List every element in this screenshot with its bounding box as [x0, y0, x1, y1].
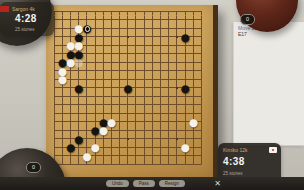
board-cell[interactable] — [83, 109, 91, 118]
board-cell[interactable] — [165, 135, 173, 144]
board-cell[interactable] — [173, 118, 181, 127]
board-cell[interactable] — [116, 50, 124, 59]
board-cell[interactable] — [116, 118, 124, 127]
board-cell[interactable] — [116, 92, 124, 101]
board-cell[interactable] — [124, 50, 132, 59]
board-cell[interactable] — [50, 41, 58, 50]
board-cell[interactable] — [99, 101, 107, 110]
board-cell[interactable] — [165, 50, 173, 59]
board-cell[interactable] — [116, 109, 124, 118]
board-cell[interactable] — [181, 50, 189, 59]
board-cell[interactable] — [116, 152, 124, 161]
board-cell[interactable] — [75, 75, 83, 84]
board-cell[interactable] — [197, 7, 205, 16]
board-cell[interactable] — [66, 160, 74, 169]
board-cell[interactable]: ● — [75, 84, 83, 93]
board-cell[interactable] — [107, 101, 115, 110]
board-cell[interactable] — [50, 143, 58, 152]
board-cell[interactable] — [91, 58, 99, 67]
board-cell[interactable] — [75, 152, 83, 161]
board-cell[interactable] — [58, 101, 66, 110]
board-cell[interactable]: ● — [66, 41, 74, 50]
board-cell[interactable] — [99, 67, 107, 76]
board-cell[interactable] — [181, 109, 189, 118]
board-cell[interactable] — [83, 7, 91, 16]
board-cell[interactable]: ● — [66, 50, 74, 59]
board-cell[interactable] — [107, 92, 115, 101]
board-cell[interactable] — [83, 50, 91, 59]
board-cell[interactable] — [140, 118, 148, 127]
board-cell[interactable] — [107, 16, 115, 25]
board-cell[interactable] — [148, 143, 156, 152]
board-cell[interactable] — [124, 135, 132, 144]
board-cell[interactable] — [132, 101, 140, 110]
board-cell[interactable] — [181, 7, 189, 16]
board-cell[interactable] — [132, 24, 140, 33]
board-cell[interactable] — [75, 143, 83, 152]
board-cell[interactable] — [66, 135, 74, 144]
board-cell[interactable] — [83, 67, 91, 76]
board-cell[interactable] — [75, 101, 83, 110]
board-cell[interactable] — [132, 109, 140, 118]
board-cell[interactable] — [91, 16, 99, 25]
board-cell[interactable] — [165, 152, 173, 161]
board-cell[interactable] — [173, 50, 181, 59]
board-cell[interactable] — [107, 41, 115, 50]
board-cell[interactable] — [140, 135, 148, 144]
board-cell[interactable] — [124, 16, 132, 25]
board-cell[interactable] — [197, 50, 205, 59]
board-cell[interactable] — [181, 75, 189, 84]
board-cell[interactable] — [132, 152, 140, 161]
board-cell[interactable] — [75, 126, 83, 135]
board-cell[interactable] — [99, 84, 107, 93]
board-cell[interactable]: ● — [75, 50, 83, 59]
board-cell[interactable] — [165, 126, 173, 135]
board-cell[interactable] — [148, 101, 156, 110]
board-cell[interactable] — [75, 118, 83, 127]
goban[interactable]: ●●●●●●●●●●●●●●●●●●●●●●●●●● — [46, 5, 218, 181]
board-cell[interactable] — [156, 92, 164, 101]
board-cell[interactable] — [140, 143, 148, 152]
board-cell[interactable] — [140, 41, 148, 50]
board-cell[interactable] — [66, 67, 74, 76]
board-cell[interactable]: ● — [83, 152, 91, 161]
board-cell[interactable] — [148, 33, 156, 42]
board-cell[interactable] — [181, 58, 189, 67]
board-cell[interactable] — [197, 101, 205, 110]
close-icon[interactable]: ✕ — [211, 177, 224, 190]
board-cell[interactable]: ● — [66, 58, 74, 67]
board-cell[interactable] — [197, 41, 205, 50]
board-cell[interactable] — [83, 33, 91, 42]
board-cell[interactable] — [140, 160, 148, 169]
board-cell[interactable]: ● — [58, 67, 66, 76]
board-cell[interactable] — [99, 160, 107, 169]
board-cell[interactable] — [124, 109, 132, 118]
board-cell[interactable]: ● — [75, 41, 83, 50]
board-cell[interactable] — [132, 84, 140, 93]
board-cell[interactable] — [124, 41, 132, 50]
board-cell[interactable] — [58, 50, 66, 59]
board-cell[interactable] — [140, 67, 148, 76]
board-cell[interactable] — [91, 24, 99, 33]
board-cell[interactable] — [197, 118, 205, 127]
board-cell[interactable] — [58, 152, 66, 161]
board-cell[interactable] — [50, 92, 58, 101]
board-cell[interactable] — [156, 160, 164, 169]
board-cell[interactable] — [124, 33, 132, 42]
board-cell[interactable] — [124, 7, 132, 16]
board-cell[interactable] — [156, 58, 164, 67]
board-cell[interactable] — [132, 92, 140, 101]
board-cell[interactable] — [197, 33, 205, 42]
board-cell[interactable] — [124, 152, 132, 161]
board-cell[interactable] — [181, 67, 189, 76]
board-cell[interactable] — [66, 24, 74, 33]
board-cell[interactable] — [107, 7, 115, 16]
board-cell[interactable] — [83, 92, 91, 101]
board-cell[interactable] — [75, 92, 83, 101]
board-cell[interactable] — [140, 101, 148, 110]
board-cell[interactable] — [91, 7, 99, 16]
board-cell[interactable] — [189, 143, 197, 152]
board-cell[interactable] — [66, 101, 74, 110]
board-cell[interactable] — [148, 67, 156, 76]
board-cell[interactable] — [83, 75, 91, 84]
board-cell[interactable] — [165, 109, 173, 118]
board-cell[interactable] — [148, 135, 156, 144]
board-cell[interactable] — [91, 135, 99, 144]
board-cell[interactable] — [156, 16, 164, 25]
board-cell[interactable] — [91, 33, 99, 42]
board-cell[interactable] — [99, 92, 107, 101]
board-cell[interactable] — [181, 152, 189, 161]
board-cell[interactable] — [83, 101, 91, 110]
board-cell[interactable] — [99, 24, 107, 33]
board-cell[interactable] — [58, 118, 66, 127]
board-cell[interactable] — [189, 101, 197, 110]
board-cell[interactable] — [116, 101, 124, 110]
board-cell[interactable] — [181, 24, 189, 33]
board-cell[interactable] — [140, 84, 148, 93]
board-cell[interactable] — [75, 67, 83, 76]
board-cell[interactable] — [173, 152, 181, 161]
board-cell[interactable] — [58, 92, 66, 101]
board-cell[interactable] — [99, 109, 107, 118]
board-cell[interactable] — [173, 24, 181, 33]
board-cell[interactable] — [173, 41, 181, 50]
board-cell[interactable] — [124, 67, 132, 76]
board-cell[interactable] — [173, 92, 181, 101]
board-cell[interactable]: ● — [181, 143, 189, 152]
board-cell[interactable] — [140, 109, 148, 118]
board-cell[interactable] — [124, 143, 132, 152]
board-cell[interactable] — [66, 75, 74, 84]
board-cell[interactable] — [165, 118, 173, 127]
board-cell[interactable] — [173, 135, 181, 144]
board-cell[interactable] — [148, 160, 156, 169]
board-cell[interactable] — [148, 75, 156, 84]
board-cell[interactable] — [140, 33, 148, 42]
board-cell[interactable] — [58, 109, 66, 118]
board-cell[interactable] — [140, 7, 148, 16]
board-cell[interactable] — [99, 16, 107, 25]
board-cell[interactable] — [197, 92, 205, 101]
board-cell[interactable] — [197, 16, 205, 25]
board-cell[interactable] — [140, 58, 148, 67]
board-cell[interactable] — [50, 58, 58, 67]
board-cell[interactable] — [165, 143, 173, 152]
board-cell[interactable] — [181, 135, 189, 144]
board-cell[interactable] — [189, 75, 197, 84]
board-cell[interactable] — [181, 101, 189, 110]
board-cell[interactable] — [116, 41, 124, 50]
board-cell[interactable] — [58, 24, 66, 33]
board-cell[interactable] — [58, 84, 66, 93]
board-cell[interactable]: ● — [75, 58, 83, 67]
board-cell[interactable] — [140, 50, 148, 59]
board-cell[interactable] — [99, 7, 107, 16]
board-cell[interactable]: ● — [99, 118, 107, 127]
board-cell[interactable] — [99, 143, 107, 152]
board-cell[interactable] — [189, 126, 197, 135]
board-cell[interactable] — [75, 160, 83, 169]
board-cell[interactable]: ● — [181, 84, 189, 93]
board-cell[interactable]: ● — [83, 24, 91, 33]
board-cell[interactable] — [148, 41, 156, 50]
board-cell[interactable]: ● — [91, 126, 99, 135]
board-cell[interactable] — [148, 50, 156, 59]
board-cell[interactable] — [50, 50, 58, 59]
board-cell[interactable] — [156, 7, 164, 16]
board-cell[interactable] — [132, 50, 140, 59]
board-cell[interactable] — [173, 109, 181, 118]
board-cell[interactable] — [132, 67, 140, 76]
board-cell[interactable] — [181, 16, 189, 25]
board-cell[interactable] — [107, 109, 115, 118]
board-cell[interactable]: ● — [124, 84, 132, 93]
board-cell[interactable] — [91, 109, 99, 118]
board-cell[interactable] — [66, 109, 74, 118]
board-cell[interactable]: ● — [99, 126, 107, 135]
board-cell[interactable] — [116, 67, 124, 76]
board-cell[interactable] — [91, 152, 99, 161]
board-cell[interactable] — [181, 41, 189, 50]
board-cell[interactable] — [66, 152, 74, 161]
board-cell[interactable] — [189, 50, 197, 59]
board-cell[interactable] — [83, 126, 91, 135]
board-cell[interactable] — [58, 143, 66, 152]
board-cell[interactable]: ● — [75, 24, 83, 33]
board-cell[interactable] — [124, 160, 132, 169]
board-cell[interactable] — [181, 118, 189, 127]
board-cell[interactable] — [156, 143, 164, 152]
board-cell[interactable] — [116, 7, 124, 16]
board-cell[interactable] — [99, 152, 107, 161]
board-cell[interactable] — [189, 135, 197, 144]
board-cell[interactable] — [189, 7, 197, 16]
board-cell[interactable] — [197, 24, 205, 33]
board-cell[interactable] — [66, 84, 74, 93]
board-cell[interactable] — [132, 126, 140, 135]
board-cell[interactable] — [99, 50, 107, 59]
board-cell[interactable] — [132, 41, 140, 50]
board-cell[interactable] — [140, 152, 148, 161]
board-cell[interactable] — [124, 75, 132, 84]
board-cell[interactable] — [75, 16, 83, 25]
board-cell[interactable] — [83, 16, 91, 25]
board-cell[interactable] — [165, 24, 173, 33]
pass-button[interactable]: Pass — [133, 180, 155, 187]
board-cell[interactable] — [165, 58, 173, 67]
board-cell[interactable] — [116, 135, 124, 144]
board-cell[interactable] — [173, 7, 181, 16]
board-cell[interactable] — [58, 7, 66, 16]
board-cell[interactable] — [116, 75, 124, 84]
board-cell[interactable] — [99, 33, 107, 42]
board-cell[interactable]: ● — [58, 58, 66, 67]
board-cell[interactable] — [116, 33, 124, 42]
board-cell[interactable] — [189, 33, 197, 42]
board-cell[interactable] — [189, 109, 197, 118]
board-cell[interactable]: ● — [91, 143, 99, 152]
black-player-name[interactable]: Sargon 4k — [12, 6, 35, 12]
board-cell[interactable] — [173, 16, 181, 25]
board-cell[interactable] — [132, 16, 140, 25]
board-cell[interactable] — [91, 118, 99, 127]
board-cell[interactable] — [83, 160, 91, 169]
board-cell[interactable] — [165, 101, 173, 110]
board-cell[interactable] — [189, 84, 197, 93]
board-cell[interactable] — [189, 67, 197, 76]
board-cell[interactable] — [91, 67, 99, 76]
board-cell[interactable] — [189, 160, 197, 169]
board-cell[interactable] — [165, 75, 173, 84]
board-cell[interactable] — [197, 58, 205, 67]
board-cell[interactable] — [124, 118, 132, 127]
board-cell[interactable] — [165, 67, 173, 76]
board-cell[interactable] — [181, 160, 189, 169]
board-cell[interactable] — [107, 126, 115, 135]
board-cell[interactable] — [124, 92, 132, 101]
board-cell[interactable] — [124, 24, 132, 33]
board-cell[interactable] — [156, 50, 164, 59]
board-cell[interactable] — [107, 75, 115, 84]
board-cell[interactable] — [107, 33, 115, 42]
board-cell[interactable] — [66, 126, 74, 135]
board-cell[interactable] — [165, 7, 173, 16]
board-cell[interactable] — [197, 75, 205, 84]
board-cell[interactable] — [156, 67, 164, 76]
board-cell[interactable] — [165, 92, 173, 101]
board-cell[interactable] — [107, 84, 115, 93]
board-cell[interactable] — [132, 118, 140, 127]
board-cell[interactable] — [66, 7, 74, 16]
board-cell[interactable] — [197, 84, 205, 93]
board-cell[interactable] — [173, 160, 181, 169]
board-cell[interactable] — [148, 16, 156, 25]
board-cell[interactable] — [140, 75, 148, 84]
board-cell[interactable] — [148, 7, 156, 16]
board-cell[interactable]: ● — [181, 33, 189, 42]
board-cell[interactable] — [165, 33, 173, 42]
board-cell[interactable] — [165, 84, 173, 93]
board-cell[interactable] — [83, 84, 91, 93]
board-cell[interactable] — [156, 118, 164, 127]
board-cell[interactable] — [197, 109, 205, 118]
board-cell[interactable] — [197, 67, 205, 76]
board-cell[interactable] — [99, 41, 107, 50]
board-cell[interactable] — [91, 160, 99, 169]
board-cell[interactable] — [50, 118, 58, 127]
board-cell[interactable] — [181, 126, 189, 135]
board-cell[interactable] — [148, 118, 156, 127]
board-cell[interactable] — [197, 152, 205, 161]
board-cell[interactable] — [148, 84, 156, 93]
board-cell[interactable]: ● — [75, 135, 83, 144]
board-cell[interactable] — [83, 135, 91, 144]
board-cell[interactable] — [189, 16, 197, 25]
board-cell[interactable] — [91, 75, 99, 84]
board-cell[interactable] — [148, 24, 156, 33]
board-cell[interactable] — [197, 143, 205, 152]
board-cell[interactable] — [197, 160, 205, 169]
board-cell[interactable] — [148, 109, 156, 118]
board-cell[interactable] — [66, 33, 74, 42]
board-cell[interactable] — [107, 67, 115, 76]
board-cell[interactable] — [132, 75, 140, 84]
board-cell[interactable]: ● — [58, 75, 66, 84]
board-cell[interactable] — [91, 50, 99, 59]
board-cell[interactable] — [173, 67, 181, 76]
board-cell[interactable] — [173, 75, 181, 84]
board-cell[interactable] — [140, 24, 148, 33]
board-cell[interactable] — [165, 41, 173, 50]
board-cell[interactable] — [107, 135, 115, 144]
board-cell[interactable] — [91, 92, 99, 101]
board-cell[interactable] — [75, 109, 83, 118]
board-cell[interactable] — [156, 33, 164, 42]
board-cell[interactable] — [132, 143, 140, 152]
board-cell[interactable] — [107, 24, 115, 33]
board-cell[interactable] — [107, 58, 115, 67]
board-cell[interactable] — [181, 92, 189, 101]
board-cell[interactable]: ● — [75, 33, 83, 42]
board-cell[interactable] — [156, 152, 164, 161]
board-cell[interactable] — [197, 135, 205, 144]
board-cell[interactable] — [50, 109, 58, 118]
board-cell[interactable] — [83, 58, 91, 67]
board-cell[interactable] — [50, 135, 58, 144]
board-cell[interactable] — [116, 84, 124, 93]
board-cell[interactable]: ● — [189, 118, 197, 127]
board-cell[interactable] — [140, 92, 148, 101]
board-cell[interactable] — [50, 75, 58, 84]
board-cell[interactable] — [116, 160, 124, 169]
board-cell[interactable] — [58, 135, 66, 144]
board-cell[interactable] — [165, 16, 173, 25]
board-cell[interactable] — [91, 101, 99, 110]
board-cell[interactable] — [116, 24, 124, 33]
board-cell[interactable] — [99, 75, 107, 84]
board-cell[interactable] — [124, 101, 132, 110]
board-cell[interactable] — [116, 58, 124, 67]
board-cell[interactable] — [156, 135, 164, 144]
board-cell[interactable] — [132, 135, 140, 144]
board-cell[interactable] — [148, 58, 156, 67]
board-cell[interactable] — [132, 160, 140, 169]
